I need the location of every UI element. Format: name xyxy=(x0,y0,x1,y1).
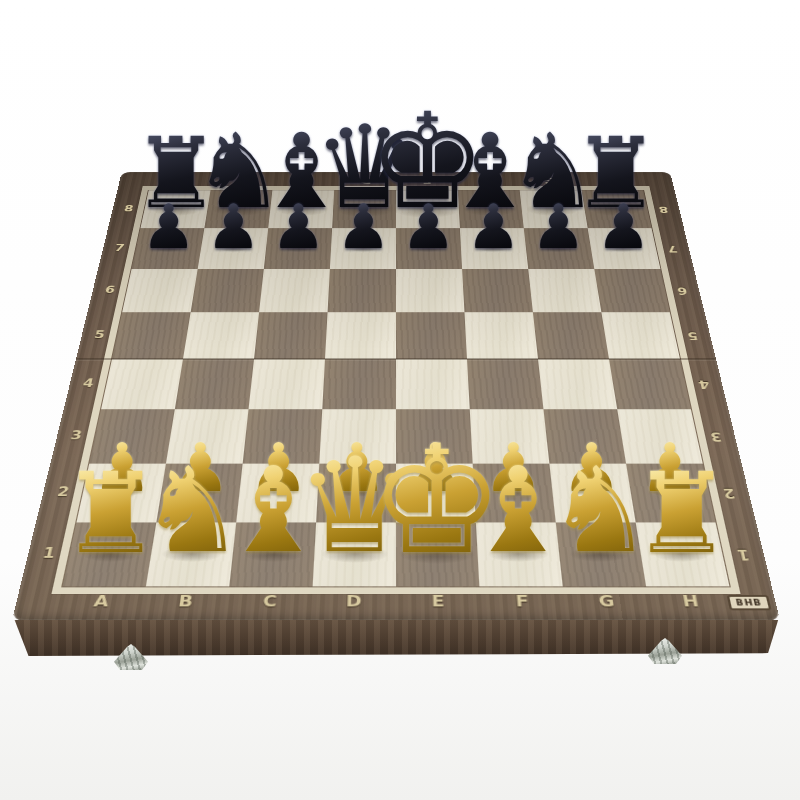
piece-black-pawn-a7[interactable]: ♟ xyxy=(141,196,196,257)
rank-label-left-6: 6 xyxy=(104,285,116,294)
file-label-bottom-d: D xyxy=(346,594,362,609)
rank-label-left-7: 7 xyxy=(114,244,126,253)
piece-black-pawn-g7[interactable]: ♟ xyxy=(531,196,586,257)
piece-black-pawn-c7[interactable]: ♟ xyxy=(271,196,326,257)
file-label-bottom-f: F xyxy=(515,594,529,609)
piece-black-pawn-e7[interactable]: ♟ xyxy=(401,196,456,257)
rank-label-right-7: 7 xyxy=(667,244,679,253)
file-label-bottom-h: H xyxy=(681,594,700,609)
piece-gold-rook-h1[interactable]: ♜ xyxy=(632,458,732,569)
rank-label-right-6: 6 xyxy=(676,285,688,294)
file-label-bottom-g: G xyxy=(598,594,616,609)
file-label-bottom-b: B xyxy=(177,594,194,609)
piece-black-pawn-b7[interactable]: ♟ xyxy=(206,196,261,257)
piece-black-pawn-d7[interactable]: ♟ xyxy=(336,196,391,257)
file-label-bottom-c: C xyxy=(262,594,277,609)
file-label-bottom-e: E xyxy=(431,594,444,609)
fold-seam xyxy=(76,358,716,359)
rank-label-right-3: 3 xyxy=(709,430,723,441)
piece-black-pawn-f7[interactable]: ♟ xyxy=(466,196,521,257)
maker-logo-stamp: BHB xyxy=(727,595,772,610)
photo-scene: AABBCCDDEEFFGGHH1122334455667788 BHB ♜♞♝… xyxy=(0,0,800,800)
rank-label-right-5: 5 xyxy=(686,330,699,340)
piece-black-pawn-h7[interactable]: ♟ xyxy=(596,196,651,257)
file-label-bottom-a: A xyxy=(92,594,110,609)
rank-label-right-4: 4 xyxy=(697,378,710,389)
